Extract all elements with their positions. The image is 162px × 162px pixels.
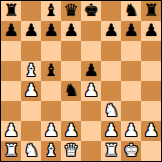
square-a2[interactable]: ♟ <box>1 121 21 141</box>
white-rook[interactable]: ♜ <box>3 142 18 159</box>
black-rook[interactable]: ♜ <box>143 2 158 19</box>
square-d4[interactable]: ♞ <box>61 81 81 101</box>
square-e7[interactable] <box>81 21 101 41</box>
square-b5[interactable]: ♝ <box>21 61 41 81</box>
square-c8[interactable]: ♝ <box>41 1 61 21</box>
black-pawn[interactable]: ♟ <box>43 22 58 39</box>
square-c1[interactable]: ♝ <box>41 141 61 161</box>
black-bishop[interactable]: ♝ <box>43 2 58 19</box>
white-pawn[interactable]: ♟ <box>103 122 118 139</box>
square-a5[interactable] <box>1 61 21 81</box>
square-b4[interactable]: ♟ <box>21 81 41 101</box>
square-h1[interactable] <box>141 141 161 161</box>
square-a3[interactable] <box>1 101 21 121</box>
white-knight[interactable]: ♞ <box>23 142 38 159</box>
square-g6[interactable] <box>121 41 141 61</box>
square-a7[interactable]: ♟ <box>1 21 21 41</box>
black-pawn[interactable]: ♟ <box>63 22 78 39</box>
square-f3[interactable]: ♞ <box>101 101 121 121</box>
white-pawn[interactable]: ♟ <box>23 82 38 99</box>
square-a8[interactable]: ♜ <box>1 1 21 21</box>
square-d6[interactable] <box>61 41 81 61</box>
square-a1[interactable]: ♜ <box>1 141 21 161</box>
black-pawn[interactable]: ♟ <box>123 22 138 39</box>
square-a4[interactable] <box>1 81 21 101</box>
square-h2[interactable]: ♟ <box>141 121 161 141</box>
white-bishop[interactable]: ♝ <box>23 62 38 79</box>
square-g7[interactable]: ♟ <box>121 21 141 41</box>
square-h6[interactable] <box>141 41 161 61</box>
black-knight[interactable]: ♞ <box>63 82 78 99</box>
square-f6[interactable] <box>101 41 121 61</box>
square-g3[interactable] <box>121 101 141 121</box>
white-pawn[interactable]: ♟ <box>83 82 98 99</box>
square-c7[interactable]: ♟ <box>41 21 61 41</box>
square-f5[interactable] <box>101 61 121 81</box>
black-pawn[interactable]: ♟ <box>23 22 38 39</box>
white-rook[interactable]: ♜ <box>103 142 118 159</box>
square-f4[interactable] <box>101 81 121 101</box>
square-g2[interactable]: ♟ <box>121 121 141 141</box>
square-e6[interactable] <box>81 41 101 61</box>
square-h4[interactable] <box>141 81 161 101</box>
square-d8[interactable]: ♛ <box>61 1 81 21</box>
white-pawn[interactable]: ♟ <box>3 122 18 139</box>
black-pawn[interactable]: ♟ <box>103 22 118 39</box>
square-f1[interactable]: ♜ <box>101 141 121 161</box>
black-pawn[interactable]: ♟ <box>143 22 158 39</box>
square-d3[interactable] <box>61 101 81 121</box>
square-h7[interactable]: ♟ <box>141 21 161 41</box>
white-king[interactable]: ♚ <box>123 142 138 159</box>
square-c3[interactable] <box>41 101 61 121</box>
white-pawn[interactable]: ♟ <box>143 122 158 139</box>
square-c6[interactable] <box>41 41 61 61</box>
black-queen[interactable]: ♛ <box>63 2 78 19</box>
square-b1[interactable]: ♞ <box>21 141 41 161</box>
square-e2[interactable] <box>81 121 101 141</box>
square-c5[interactable]: ♝ <box>41 61 61 81</box>
square-b2[interactable] <box>21 121 41 141</box>
square-e3[interactable] <box>81 101 101 121</box>
black-king[interactable]: ♚ <box>83 2 98 19</box>
white-pawn[interactable]: ♟ <box>63 122 78 139</box>
black-knight[interactable]: ♞ <box>123 2 138 19</box>
square-e8[interactable]: ♚ <box>81 1 101 21</box>
black-rook[interactable]: ♜ <box>3 2 18 19</box>
square-h3[interactable] <box>141 101 161 121</box>
black-pawn[interactable]: ♟ <box>83 62 98 79</box>
square-a6[interactable] <box>1 41 21 61</box>
square-d7[interactable]: ♟ <box>61 21 81 41</box>
square-g5[interactable] <box>121 61 141 81</box>
square-g8[interactable]: ♞ <box>121 1 141 21</box>
square-c2[interactable]: ♟ <box>41 121 61 141</box>
chess-board: ♜♝♛♚♞♜♟♟♟♟♟♟♟♝♝♟♟♞♟♞♟♟♟♟♟♟♜♞♝♛♜♚ <box>0 0 162 162</box>
square-d5[interactable] <box>61 61 81 81</box>
black-pawn[interactable]: ♟ <box>3 22 18 39</box>
white-queen[interactable]: ♛ <box>63 142 78 159</box>
white-pawn[interactable]: ♟ <box>43 122 58 139</box>
square-h8[interactable]: ♜ <box>141 1 161 21</box>
square-h5[interactable] <box>141 61 161 81</box>
square-f8[interactable] <box>101 1 121 21</box>
square-f7[interactable]: ♟ <box>101 21 121 41</box>
square-b7[interactable]: ♟ <box>21 21 41 41</box>
square-e5[interactable]: ♟ <box>81 61 101 81</box>
chess-board-container: ♜♝♛♚♞♜♟♟♟♟♟♟♟♝♝♟♟♞♟♞♟♟♟♟♟♟♜♞♝♛♜♚ <box>0 0 162 162</box>
white-bishop[interactable]: ♝ <box>43 142 58 159</box>
square-b6[interactable] <box>21 41 41 61</box>
square-d2[interactable]: ♟ <box>61 121 81 141</box>
square-g4[interactable] <box>121 81 141 101</box>
square-d1[interactable]: ♛ <box>61 141 81 161</box>
square-g1[interactable]: ♚ <box>121 141 141 161</box>
square-b8[interactable] <box>21 1 41 21</box>
square-c4[interactable] <box>41 81 61 101</box>
square-b3[interactable] <box>21 101 41 121</box>
square-f2[interactable]: ♟ <box>101 121 121 141</box>
white-knight[interactable]: ♞ <box>103 102 118 119</box>
white-pawn[interactable]: ♟ <box>123 122 138 139</box>
square-e4[interactable]: ♟ <box>81 81 101 101</box>
square-e1[interactable] <box>81 141 101 161</box>
black-bishop[interactable]: ♝ <box>43 62 58 79</box>
